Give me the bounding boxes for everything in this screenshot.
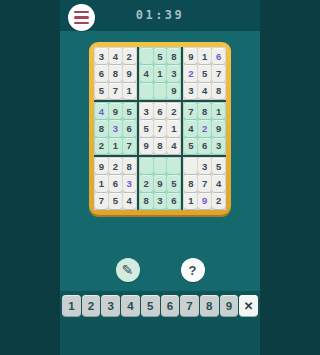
sudoku-cell-r2c9[interactable]: 7 (212, 65, 225, 81)
hamburger-bar (74, 22, 89, 25)
number-pad: 123456789✕ (62, 295, 258, 316)
sudoku-cell-r5c9[interactable]: 9 (212, 120, 225, 136)
numpad-key-5[interactable]: 5 (141, 295, 160, 316)
sudoku-cell-r3c8[interactable]: 4 (198, 83, 211, 99)
sudoku-block-2-3: 781429563 (183, 102, 226, 155)
sudoku-cell-r1c2[interactable]: 4 (109, 48, 122, 64)
top-bar: 01:39 (60, 0, 260, 31)
sudoku-cell-r2c6[interactable]: 3 (167, 65, 180, 81)
numpad-clear-button[interactable]: ✕ (239, 295, 258, 316)
hint-button[interactable]: ? (181, 258, 205, 282)
numpad-key-3[interactable]: 3 (101, 295, 120, 316)
numpad-key-4[interactable]: 4 (121, 295, 140, 316)
sudoku-block-3-1: 928163754 (94, 157, 137, 210)
sudoku-cell-r5c3[interactable]: 6 (123, 120, 136, 136)
sudoku-cell-r9c3[interactable]: 4 (123, 193, 136, 209)
sudoku-block-3-2: 295836 (139, 157, 182, 210)
numpad-key-2[interactable]: 2 (82, 295, 101, 316)
sudoku-cell-r6c1[interactable]: 2 (95, 138, 108, 154)
sudoku-cell-r6c9[interactable]: 3 (212, 138, 225, 154)
sudoku-cell-r7c9[interactable]: 5 (212, 158, 225, 174)
sudoku-cell-r6c7[interactable]: 5 (184, 138, 197, 154)
sudoku-cell-r1c5[interactable]: 5 (154, 48, 167, 64)
sudoku-cell-r1c1[interactable]: 3 (95, 48, 108, 64)
sudoku-cell-r9c7[interactable]: 1 (184, 193, 197, 209)
sudoku-cell-r3c5[interactable] (154, 83, 167, 99)
sudoku-cell-r9c1[interactable]: 7 (95, 193, 108, 209)
sudoku-cell-r5c2[interactable]: 3 (109, 120, 122, 136)
sudoku-cell-r1c4[interactable] (140, 48, 153, 64)
sudoku-cell-r4c8[interactable]: 8 (198, 103, 211, 119)
sudoku-cell-r4c7[interactable]: 7 (184, 103, 197, 119)
sudoku-cell-r4c2[interactable]: 9 (109, 103, 122, 119)
sudoku-cell-r7c5[interactable] (154, 158, 167, 174)
hamburger-bar (74, 16, 89, 19)
sudoku-cell-r4c3[interactable]: 5 (123, 103, 136, 119)
sudoku-cell-r1c8[interactable]: 1 (198, 48, 211, 64)
sudoku-cell-r9c2[interactable]: 5 (109, 193, 122, 209)
sudoku-cell-r2c4[interactable]: 4 (140, 65, 153, 81)
sudoku-cell-r8c9[interactable]: 4 (212, 175, 225, 191)
sudoku-cell-r1c9[interactable]: 6 (212, 48, 225, 64)
sudoku-cell-r2c7[interactable]: 2 (184, 65, 197, 81)
sudoku-cell-r1c3[interactable]: 2 (123, 48, 136, 64)
sudoku-cell-r7c3[interactable]: 8 (123, 158, 136, 174)
sudoku-block-1-2: 584139 (139, 47, 182, 100)
sudoku-cell-r3c7[interactable]: 3 (184, 83, 197, 99)
sudoku-cell-r5c7[interactable]: 4 (184, 120, 197, 136)
sudoku-cell-r9c8[interactable]: 9 (198, 193, 211, 209)
sudoku-block-1-1: 342689571 (94, 47, 137, 100)
sudoku-cell-r6c3[interactable]: 7 (123, 138, 136, 154)
sudoku-grid: 3426895715841399162573484958362173625719… (94, 47, 226, 210)
sudoku-cell-r5c1[interactable]: 8 (95, 120, 108, 136)
sudoku-cell-r5c4[interactable]: 5 (140, 120, 153, 136)
sudoku-cell-r7c6[interactable] (167, 158, 180, 174)
sudoku-cell-r3c4[interactable] (140, 83, 153, 99)
hamburger-menu-button[interactable] (68, 4, 95, 31)
sudoku-cell-r8c3[interactable]: 3 (123, 175, 136, 191)
sudoku-cell-r7c1[interactable]: 9 (95, 158, 108, 174)
sudoku-cell-r9c4[interactable]: 8 (140, 193, 153, 209)
sudoku-block-2-2: 362571984 (139, 102, 182, 155)
sudoku-cell-r3c6[interactable]: 9 (167, 83, 180, 99)
sudoku-cell-r8c7[interactable]: 8 (184, 175, 197, 191)
sudoku-cell-r1c7[interactable]: 9 (184, 48, 197, 64)
sudoku-cell-r5c6[interactable]: 1 (167, 120, 180, 136)
tools-row: ✎ ? (60, 258, 260, 282)
sudoku-cell-r4c4[interactable]: 3 (140, 103, 153, 119)
sudoku-cell-r3c2[interactable]: 7 (109, 83, 122, 99)
sudoku-cell-r7c8[interactable]: 3 (198, 158, 211, 174)
sudoku-block-1-3: 916257348 (183, 47, 226, 100)
sudoku-cell-r8c1[interactable]: 1 (95, 175, 108, 191)
sudoku-cell-r2c1[interactable]: 6 (95, 65, 108, 81)
sudoku-cell-r6c2[interactable]: 1 (109, 138, 122, 154)
sudoku-cell-r8c2[interactable]: 6 (109, 175, 122, 191)
sudoku-cell-r9c9[interactable]: 2 (212, 193, 225, 209)
sudoku-cell-r4c6[interactable]: 2 (167, 103, 180, 119)
sudoku-cell-r8c6[interactable]: 5 (167, 175, 180, 191)
sudoku-board-frame: 3426895715841399162573484958362173625719… (89, 42, 231, 215)
sudoku-cell-r8c8[interactable]: 7 (198, 175, 211, 191)
sudoku-cell-r6c8[interactable]: 6 (198, 138, 211, 154)
sudoku-cell-r5c5[interactable]: 7 (154, 120, 167, 136)
pencil-notes-button[interactable]: ✎ (116, 258, 140, 282)
sudoku-cell-r7c4[interactable] (140, 158, 153, 174)
sudoku-cell-r4c5[interactable]: 6 (154, 103, 167, 119)
numpad-key-8[interactable]: 8 (200, 295, 219, 316)
sudoku-cell-r6c6[interactable]: 4 (167, 138, 180, 154)
sudoku-cell-r5c8[interactable]: 2 (198, 120, 211, 136)
sudoku-block-3-3: 35874192 (183, 157, 226, 210)
sudoku-cell-r9c5[interactable]: 3 (154, 193, 167, 209)
numpad-key-9[interactable]: 9 (220, 295, 239, 316)
sudoku-cell-r3c3[interactable]: 1 (123, 83, 136, 99)
numpad-key-6[interactable]: 6 (161, 295, 180, 316)
sudoku-cell-r7c2[interactable]: 2 (109, 158, 122, 174)
sudoku-cell-r3c9[interactable]: 8 (212, 83, 225, 99)
sudoku-cell-r8c4[interactable]: 2 (140, 175, 153, 191)
numpad-key-1[interactable]: 1 (62, 295, 81, 316)
pencil-icon: ✎ (122, 263, 134, 277)
sudoku-cell-r2c8[interactable]: 5 (198, 65, 211, 81)
question-mark-icon: ? (189, 264, 197, 277)
sudoku-cell-r7c7[interactable] (184, 158, 197, 174)
sudoku-cell-r3c1[interactable]: 5 (95, 83, 108, 99)
sudoku-cell-r6c4[interactable]: 9 (140, 138, 153, 154)
sudoku-cell-r4c9[interactable]: 1 (212, 103, 225, 119)
sudoku-cell-r1c6[interactable]: 8 (167, 48, 180, 64)
sudoku-cell-r9c6[interactable]: 6 (167, 193, 180, 209)
sudoku-cell-r8c5[interactable]: 9 (154, 175, 167, 191)
sudoku-block-2-1: 495836217 (94, 102, 137, 155)
sudoku-cell-r4c1[interactable]: 4 (95, 103, 108, 119)
hamburger-bar (74, 11, 89, 14)
sudoku-cell-r6c5[interactable]: 8 (154, 138, 167, 154)
sudoku-cell-r2c2[interactable]: 8 (109, 65, 122, 81)
app-screen: 01:39 3426895715841399162573484958362173… (60, 0, 260, 355)
sudoku-cell-r2c5[interactable]: 1 (154, 65, 167, 81)
sudoku-cell-r2c3[interactable]: 9 (123, 65, 136, 81)
numpad-key-7[interactable]: 7 (180, 295, 199, 316)
